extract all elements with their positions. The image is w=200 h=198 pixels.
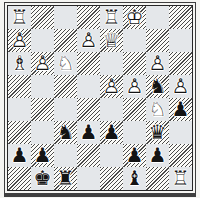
square-d3[interactable]: ♟♟ bbox=[77, 121, 100, 144]
chess-board: ♜♖♜♖♚♔♟♙♟♙♛♕♝♗♟♙♞♘♟♙♟♙♟♙♞♞♟♙♞♘♟♟♞♞♟♟♟♟♛♛… bbox=[7, 5, 193, 191]
square-e7[interactable]: ♛♕ bbox=[100, 29, 123, 52]
black-pawn-icon: ♟♟ bbox=[31, 144, 54, 167]
white-pawn-icon: ♟♙ bbox=[169, 75, 192, 98]
black-pawn-icon: ♟♟ bbox=[146, 144, 169, 167]
square-f1[interactable]: ♝♝ bbox=[123, 167, 146, 190]
square-f4[interactable] bbox=[123, 98, 146, 121]
square-c2[interactable] bbox=[54, 144, 77, 167]
square-e5[interactable]: ♟♙ bbox=[100, 75, 123, 98]
white-pawn-icon: ♟♙ bbox=[8, 29, 31, 52]
black-king-icon: ♚♚ bbox=[31, 167, 54, 190]
white-rook-icon: ♜♖ bbox=[100, 6, 123, 29]
square-b2[interactable]: ♟♟ bbox=[31, 144, 54, 167]
square-g1[interactable] bbox=[146, 167, 169, 190]
square-b3[interactable] bbox=[31, 121, 54, 144]
square-a7[interactable]: ♟♙ bbox=[8, 29, 31, 52]
square-b6[interactable]: ♟♙ bbox=[31, 52, 54, 75]
square-c7[interactable] bbox=[54, 29, 77, 52]
square-d5[interactable] bbox=[77, 75, 100, 98]
square-c4[interactable] bbox=[54, 98, 77, 121]
square-d6[interactable] bbox=[77, 52, 100, 75]
square-f6[interactable] bbox=[123, 52, 146, 75]
square-e1[interactable] bbox=[100, 167, 123, 190]
square-d1[interactable] bbox=[77, 167, 100, 190]
white-queen-icon: ♛♕ bbox=[100, 29, 123, 52]
square-c5[interactable] bbox=[54, 75, 77, 98]
white-knight-icon: ♞♘ bbox=[54, 52, 77, 75]
square-f3[interactable] bbox=[123, 121, 146, 144]
square-a6[interactable]: ♝♗ bbox=[8, 52, 31, 75]
square-g3[interactable]: ♛♛ bbox=[146, 121, 169, 144]
scanned-chess-diagram: ♜♖♜♖♚♔♟♙♟♙♛♕♝♗♟♙♞♘♟♙♟♙♟♙♞♞♟♙♞♘♟♟♞♞♟♟♟♟♛♛… bbox=[0, 0, 200, 198]
white-rook-icon: ♜♖ bbox=[8, 6, 31, 29]
square-d4[interactable] bbox=[77, 98, 100, 121]
square-g6[interactable]: ♟♙ bbox=[146, 52, 169, 75]
square-g4[interactable]: ♞♘ bbox=[146, 98, 169, 121]
white-pawn-icon: ♟♙ bbox=[100, 75, 123, 98]
square-f7[interactable] bbox=[123, 29, 146, 52]
white-rook-icon: ♜♖ bbox=[169, 167, 192, 190]
white-pawn-icon: ♟♙ bbox=[31, 52, 54, 75]
square-h1[interactable]: ♜♖ bbox=[169, 167, 192, 190]
square-b5[interactable] bbox=[31, 75, 54, 98]
square-g5[interactable]: ♞♞ bbox=[146, 75, 169, 98]
square-h7[interactable] bbox=[169, 29, 192, 52]
square-d8[interactable] bbox=[77, 6, 100, 29]
black-queen-icon: ♛♛ bbox=[146, 121, 169, 144]
black-pawn-icon: ♟♟ bbox=[123, 144, 146, 167]
square-e3[interactable]: ♟♟ bbox=[100, 121, 123, 144]
square-g8[interactable] bbox=[146, 6, 169, 29]
square-e6[interactable] bbox=[100, 52, 123, 75]
square-b8[interactable] bbox=[31, 6, 54, 29]
white-pawn-icon: ♟♙ bbox=[77, 29, 100, 52]
black-pawn-icon: ♟♟ bbox=[100, 121, 123, 144]
square-b7[interactable] bbox=[31, 29, 54, 52]
white-king-icon: ♚♔ bbox=[123, 6, 146, 29]
square-h8[interactable] bbox=[169, 6, 192, 29]
white-knight-icon: ♞♘ bbox=[146, 98, 169, 121]
black-pawn-icon: ♟♟ bbox=[169, 98, 192, 121]
black-rook-icon: ♜♜ bbox=[54, 167, 77, 190]
square-b4[interactable] bbox=[31, 98, 54, 121]
square-e2[interactable] bbox=[100, 144, 123, 167]
black-pawn-icon: ♟♟ bbox=[77, 121, 100, 144]
square-a8[interactable]: ♜♖ bbox=[8, 6, 31, 29]
square-d2[interactable] bbox=[77, 144, 100, 167]
square-h2[interactable] bbox=[169, 144, 192, 167]
square-c6[interactable]: ♞♘ bbox=[54, 52, 77, 75]
square-b1[interactable]: ♚♚ bbox=[31, 167, 54, 190]
square-g7[interactable] bbox=[146, 29, 169, 52]
square-c1[interactable]: ♜♜ bbox=[54, 167, 77, 190]
square-f2[interactable]: ♟♟ bbox=[123, 144, 146, 167]
square-a5[interactable] bbox=[8, 75, 31, 98]
square-a1[interactable] bbox=[8, 167, 31, 190]
black-knight-icon: ♞♞ bbox=[54, 121, 77, 144]
square-f5[interactable]: ♟♙ bbox=[123, 75, 146, 98]
square-e8[interactable]: ♜♖ bbox=[100, 6, 123, 29]
black-pawn-icon: ♟♟ bbox=[8, 144, 31, 167]
square-c3[interactable]: ♞♞ bbox=[54, 121, 77, 144]
square-a2[interactable]: ♟♟ bbox=[8, 144, 31, 167]
black-bishop-icon: ♝♝ bbox=[123, 167, 146, 190]
square-a4[interactable] bbox=[8, 98, 31, 121]
square-f8[interactable]: ♚♔ bbox=[123, 6, 146, 29]
square-g2[interactable]: ♟♟ bbox=[146, 144, 169, 167]
square-a3[interactable] bbox=[8, 121, 31, 144]
white-pawn-icon: ♟♙ bbox=[146, 52, 169, 75]
square-c8[interactable] bbox=[54, 6, 77, 29]
diagram-frame: ♜♖♜♖♚♔♟♙♟♙♛♕♝♗♟♙♞♘♟♙♟♙♟♙♞♞♟♙♞♘♟♟♞♞♟♟♟♟♛♛… bbox=[4, 2, 196, 197]
square-h5[interactable]: ♟♙ bbox=[169, 75, 192, 98]
square-h6[interactable] bbox=[169, 52, 192, 75]
black-knight-icon: ♞♞ bbox=[146, 75, 169, 98]
square-h3[interactable] bbox=[169, 121, 192, 144]
white-pawn-icon: ♟♙ bbox=[123, 75, 146, 98]
white-bishop-icon: ♝♗ bbox=[8, 52, 31, 75]
square-d7[interactable]: ♟♙ bbox=[77, 29, 100, 52]
square-e4[interactable] bbox=[100, 98, 123, 121]
square-h4[interactable]: ♟♟ bbox=[169, 98, 192, 121]
